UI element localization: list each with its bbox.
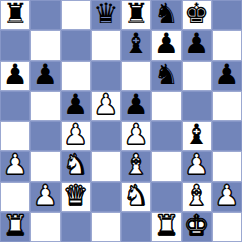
- square-c1[interactable]: [61, 212, 91, 242]
- black-pawn: ♟: [3, 60, 28, 90]
- square-d1[interactable]: [91, 212, 121, 242]
- square-g7[interactable]: ♟: [182, 30, 212, 60]
- white-rook: ♜: [3, 211, 28, 241]
- square-c5[interactable]: ♟: [61, 91, 91, 121]
- square-h6[interactable]: ♟: [212, 61, 242, 91]
- square-b7[interactable]: [30, 30, 60, 60]
- square-e5[interactable]: ♟: [121, 91, 151, 121]
- square-h4[interactable]: [212, 121, 242, 151]
- square-g2[interactable]: ♝: [182, 182, 212, 212]
- square-a8[interactable]: ♜: [0, 0, 30, 30]
- square-d6[interactable]: [91, 61, 121, 91]
- square-b3[interactable]: [30, 151, 60, 181]
- square-a1[interactable]: ♜: [0, 212, 30, 242]
- square-d3[interactable]: [91, 151, 121, 181]
- white-bishop: ♝: [184, 181, 209, 211]
- black-rook: ♜: [3, 0, 28, 29]
- square-d8[interactable]: ♛: [91, 0, 121, 30]
- square-g1[interactable]: ♚: [182, 212, 212, 242]
- square-f8[interactable]: ♞: [151, 0, 181, 30]
- square-e4[interactable]: ♟: [121, 121, 151, 151]
- square-h5[interactable]: [212, 91, 242, 121]
- white-king: ♚: [184, 211, 209, 241]
- square-h8[interactable]: [212, 0, 242, 30]
- square-f3[interactable]: [151, 151, 181, 181]
- white-pawn: ♟: [93, 90, 118, 120]
- square-b5[interactable]: [30, 91, 60, 121]
- square-b4[interactable]: [30, 121, 60, 151]
- square-a3[interactable]: ♟: [0, 151, 30, 181]
- black-bishop: ♝: [184, 120, 209, 150]
- square-d5[interactable]: ♟: [91, 91, 121, 121]
- black-pawn: ♟: [184, 29, 209, 59]
- square-b6[interactable]: ♟: [30, 61, 60, 91]
- square-e1[interactable]: [121, 212, 151, 242]
- square-g4[interactable]: ♝: [182, 121, 212, 151]
- square-a4[interactable]: [0, 121, 30, 151]
- black-rook: ♜: [124, 0, 149, 29]
- square-h7[interactable]: [212, 30, 242, 60]
- black-pawn: ♟: [214, 60, 239, 90]
- square-g5[interactable]: [182, 91, 212, 121]
- square-e2[interactable]: ♞: [121, 182, 151, 212]
- square-a2[interactable]: [0, 182, 30, 212]
- square-e8[interactable]: ♜: [121, 0, 151, 30]
- white-pawn: ♟: [33, 181, 58, 211]
- black-bishop: ♝: [124, 29, 149, 59]
- square-f1[interactable]: ♜: [151, 212, 181, 242]
- square-d4[interactable]: [91, 121, 121, 151]
- square-g6[interactable]: [182, 61, 212, 91]
- square-c6[interactable]: [61, 61, 91, 91]
- black-pawn: ♟: [154, 29, 179, 59]
- square-e7[interactable]: ♝: [121, 30, 151, 60]
- square-h2[interactable]: ♟: [212, 182, 242, 212]
- white-queen: ♛: [63, 181, 88, 211]
- white-bishop: ♝: [124, 150, 149, 180]
- square-d7[interactable]: [91, 30, 121, 60]
- chess-board: ♜♛♜♞♚♝♟♟♟♟♞♟♟♟♟♟♟♝♟♞♝♟♟♛♞♝♟♜♜♚: [0, 0, 242, 242]
- black-knight: ♞: [154, 60, 179, 90]
- black-pawn: ♟: [33, 60, 58, 90]
- black-queen: ♛: [93, 0, 118, 29]
- black-knight: ♞: [154, 0, 179, 29]
- square-f2[interactable]: [151, 182, 181, 212]
- white-pawn: ♟: [184, 150, 209, 180]
- square-c4[interactable]: ♟: [61, 121, 91, 151]
- square-h1[interactable]: [212, 212, 242, 242]
- white-pawn: ♟: [63, 120, 88, 150]
- square-c2[interactable]: ♛: [61, 182, 91, 212]
- square-f5[interactable]: [151, 91, 181, 121]
- square-f6[interactable]: ♞: [151, 61, 181, 91]
- square-c3[interactable]: ♞: [61, 151, 91, 181]
- white-knight: ♞: [124, 181, 149, 211]
- square-g3[interactable]: ♟: [182, 151, 212, 181]
- square-a5[interactable]: [0, 91, 30, 121]
- square-e3[interactable]: ♝: [121, 151, 151, 181]
- square-b2[interactable]: ♟: [30, 182, 60, 212]
- white-knight: ♞: [63, 150, 88, 180]
- square-f7[interactable]: ♟: [151, 30, 181, 60]
- square-c8[interactable]: [61, 0, 91, 30]
- white-rook: ♜: [154, 211, 179, 241]
- black-pawn: ♟: [63, 90, 88, 120]
- square-b1[interactable]: [30, 212, 60, 242]
- square-d2[interactable]: [91, 182, 121, 212]
- square-f4[interactable]: [151, 121, 181, 151]
- chess-board-container: ♜♛♜♞♚♝♟♟♟♟♞♟♟♟♟♟♟♝♟♞♝♟♟♛♞♝♟♜♜♚: [0, 0, 242, 242]
- white-pawn: ♟: [214, 181, 239, 211]
- black-king: ♚: [184, 0, 209, 29]
- square-e6[interactable]: [121, 61, 151, 91]
- square-b8[interactable]: [30, 0, 60, 30]
- square-h3[interactable]: [212, 151, 242, 181]
- square-a6[interactable]: ♟: [0, 61, 30, 91]
- white-pawn: ♟: [124, 120, 149, 150]
- white-pawn: ♟: [3, 150, 28, 180]
- black-pawn: ♟: [124, 90, 149, 120]
- square-a7[interactable]: [0, 30, 30, 60]
- square-g8[interactable]: ♚: [182, 0, 212, 30]
- square-c7[interactable]: [61, 30, 91, 60]
